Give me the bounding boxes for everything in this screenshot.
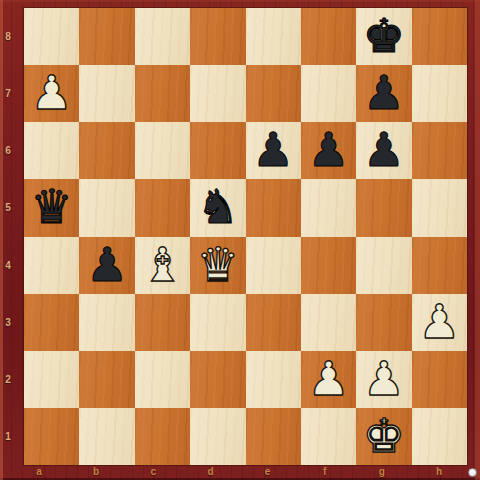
square-f6[interactable]: ♟ bbox=[301, 122, 356, 179]
file-label-f: f bbox=[323, 466, 326, 478]
rank-label-8: 8 bbox=[0, 30, 16, 43]
square-h1[interactable] bbox=[412, 408, 467, 465]
rank-label-1: 1 bbox=[0, 430, 16, 443]
white-queen[interactable]: ♛ bbox=[197, 241, 239, 288]
square-h3[interactable]: ♟ bbox=[412, 294, 467, 351]
square-a7[interactable]: ♟ bbox=[24, 65, 79, 122]
square-e3[interactable] bbox=[246, 294, 301, 351]
square-f5[interactable] bbox=[301, 179, 356, 236]
white-to-move-indicator bbox=[468, 468, 477, 477]
rank-label-6: 6 bbox=[0, 144, 16, 157]
square-d7[interactable] bbox=[190, 65, 245, 122]
chess-board: ♚♟♟♟♟♟♛♞♟♝♛♟♟♟♚ bbox=[24, 8, 467, 465]
square-e4[interactable] bbox=[246, 237, 301, 294]
rank-label-3: 3 bbox=[0, 316, 16, 329]
square-e8[interactable] bbox=[246, 8, 301, 65]
square-b8[interactable] bbox=[79, 8, 134, 65]
square-g5[interactable] bbox=[356, 179, 411, 236]
square-f8[interactable] bbox=[301, 8, 356, 65]
square-e7[interactable] bbox=[246, 65, 301, 122]
square-c8[interactable] bbox=[135, 8, 190, 65]
square-g2[interactable]: ♟ bbox=[356, 351, 411, 408]
square-f1[interactable] bbox=[301, 408, 356, 465]
square-g1[interactable]: ♚ bbox=[356, 408, 411, 465]
file-label-b: b bbox=[93, 466, 99, 478]
square-h7[interactable] bbox=[412, 65, 467, 122]
black-pawn[interactable]: ♟ bbox=[307, 126, 349, 173]
black-pawn[interactable]: ♟ bbox=[363, 126, 405, 173]
black-queen[interactable]: ♛ bbox=[31, 183, 73, 230]
square-b6[interactable] bbox=[79, 122, 134, 179]
rank-label-7: 7 bbox=[0, 87, 16, 100]
square-a2[interactable] bbox=[24, 351, 79, 408]
square-d1[interactable] bbox=[190, 408, 245, 465]
black-pawn[interactable]: ♟ bbox=[252, 126, 294, 173]
file-label-d: d bbox=[207, 466, 213, 478]
white-pawn[interactable]: ♟ bbox=[363, 355, 405, 402]
square-f2[interactable]: ♟ bbox=[301, 351, 356, 408]
black-knight[interactable]: ♞ bbox=[197, 183, 239, 230]
square-a5[interactable]: ♛ bbox=[24, 179, 79, 236]
white-pawn[interactable]: ♟ bbox=[418, 298, 460, 345]
white-pawn[interactable]: ♟ bbox=[307, 355, 349, 402]
file-label-e: e bbox=[265, 466, 271, 478]
square-a6[interactable] bbox=[24, 122, 79, 179]
square-g8[interactable]: ♚ bbox=[356, 8, 411, 65]
rank-label-2: 2 bbox=[0, 373, 16, 386]
white-pawn[interactable]: ♟ bbox=[31, 69, 73, 116]
square-d3[interactable] bbox=[190, 294, 245, 351]
white-king[interactable]: ♚ bbox=[363, 412, 405, 459]
file-label-h: h bbox=[436, 466, 442, 478]
square-g7[interactable]: ♟ bbox=[356, 65, 411, 122]
square-a1[interactable] bbox=[24, 408, 79, 465]
square-e1[interactable] bbox=[246, 408, 301, 465]
file-label-a: a bbox=[36, 466, 42, 478]
square-c7[interactable] bbox=[135, 65, 190, 122]
square-g6[interactable]: ♟ bbox=[356, 122, 411, 179]
square-e2[interactable] bbox=[246, 351, 301, 408]
rank-label-4: 4 bbox=[0, 259, 16, 272]
white-bishop[interactable]: ♝ bbox=[141, 241, 183, 288]
square-f7[interactable] bbox=[301, 65, 356, 122]
square-c4[interactable]: ♝ bbox=[135, 237, 190, 294]
square-b4[interactable]: ♟ bbox=[79, 237, 134, 294]
square-b7[interactable] bbox=[79, 65, 134, 122]
square-h4[interactable] bbox=[412, 237, 467, 294]
square-g4[interactable] bbox=[356, 237, 411, 294]
square-h8[interactable] bbox=[412, 8, 467, 65]
square-d6[interactable] bbox=[190, 122, 245, 179]
square-b5[interactable] bbox=[79, 179, 134, 236]
square-b1[interactable] bbox=[79, 408, 134, 465]
square-d8[interactable] bbox=[190, 8, 245, 65]
square-d2[interactable] bbox=[190, 351, 245, 408]
square-h6[interactable] bbox=[412, 122, 467, 179]
square-a8[interactable] bbox=[24, 8, 79, 65]
file-label-g: g bbox=[379, 466, 385, 478]
square-b2[interactable] bbox=[79, 351, 134, 408]
square-c1[interactable] bbox=[135, 408, 190, 465]
square-e6[interactable]: ♟ bbox=[246, 122, 301, 179]
square-a3[interactable] bbox=[24, 294, 79, 351]
square-a4[interactable] bbox=[24, 237, 79, 294]
black-pawn[interactable]: ♟ bbox=[363, 69, 405, 116]
square-d5[interactable]: ♞ bbox=[190, 179, 245, 236]
black-king[interactable]: ♚ bbox=[363, 12, 405, 59]
rank-label-5: 5 bbox=[0, 201, 16, 214]
square-c3[interactable] bbox=[135, 294, 190, 351]
chess-board-frame: ♚♟♟♟♟♟♛♞♟♝♛♟♟♟♚ 87654321 abcdefgh bbox=[0, 0, 480, 480]
square-e5[interactable] bbox=[246, 179, 301, 236]
square-f4[interactable] bbox=[301, 237, 356, 294]
square-f3[interactable] bbox=[301, 294, 356, 351]
file-label-c: c bbox=[151, 466, 157, 478]
square-d4[interactable]: ♛ bbox=[190, 237, 245, 294]
square-c2[interactable] bbox=[135, 351, 190, 408]
square-c6[interactable] bbox=[135, 122, 190, 179]
square-b3[interactable] bbox=[79, 294, 134, 351]
black-pawn[interactable]: ♟ bbox=[86, 241, 128, 288]
square-c5[interactable] bbox=[135, 179, 190, 236]
square-g3[interactable] bbox=[356, 294, 411, 351]
square-h5[interactable] bbox=[412, 179, 467, 236]
square-h2[interactable] bbox=[412, 351, 467, 408]
